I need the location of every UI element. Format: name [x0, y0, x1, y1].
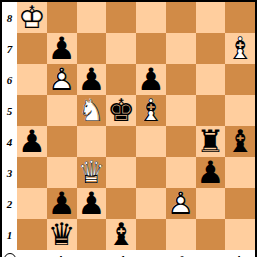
piece-black-king: ♚ [107, 95, 135, 126]
square-c2[interactable]: ♟ [77, 188, 107, 219]
piece-black-pawn: ♟ [48, 33, 76, 64]
piece-black-pawn: ♟ [77, 64, 105, 95]
piece-black-queen: ♛ [48, 219, 76, 250]
rank-label-5: 5 [2, 95, 17, 126]
rank-label-8: 8 [2, 2, 17, 33]
rank-label-3: 3 [2, 157, 17, 188]
square-h3[interactable] [225, 157, 255, 188]
square-d4[interactable] [106, 126, 136, 157]
file-label-h: h [225, 250, 255, 257]
side-to-move-indicator [4, 253, 16, 257]
square-g5[interactable] [196, 95, 226, 126]
piece-black-pawn: ♟ [18, 126, 46, 157]
square-g6[interactable] [196, 64, 226, 95]
file-label-f: f [166, 250, 196, 257]
square-f1[interactable] [166, 219, 196, 250]
square-b5[interactable] [47, 95, 77, 126]
file-label-e: e [136, 250, 166, 257]
square-a8[interactable]: ♚♔ [17, 2, 47, 33]
piece-black-pawn: ♟ [196, 157, 224, 188]
file-label-a: a [17, 250, 47, 257]
square-a6[interactable] [17, 64, 47, 95]
square-e8[interactable] [136, 2, 166, 33]
chess-board-diagram: 8♚♔7♟♝♗6♟♙♟♟5♞♘♚♝♗4♟♜♝3♛♕♟2♟♟♟♙1♛♝abcdef… [0, 0, 257, 257]
square-e2[interactable] [136, 188, 166, 219]
piece-white-pawn: ♟♙ [167, 188, 195, 219]
square-e3[interactable] [136, 157, 166, 188]
square-f6[interactable] [166, 64, 196, 95]
square-g8[interactable] [196, 2, 226, 33]
piece-white-bishop: ♝♗ [226, 33, 254, 64]
square-b2[interactable]: ♟ [47, 188, 77, 219]
piece-white-knight: ♞♘ [77, 95, 105, 126]
rank-label-2: 2 [2, 188, 17, 219]
square-e4[interactable] [136, 126, 166, 157]
square-e7[interactable] [136, 33, 166, 64]
square-g1[interactable] [196, 219, 226, 250]
piece-black-bishop: ♝ [226, 126, 254, 157]
piece-white-bishop: ♝♗ [137, 95, 165, 126]
square-c8[interactable] [77, 2, 107, 33]
square-a7[interactable] [17, 33, 47, 64]
square-d6[interactable] [106, 64, 136, 95]
rank-label-7: 7 [2, 33, 17, 64]
square-c7[interactable] [77, 33, 107, 64]
file-label-g: g [196, 250, 226, 257]
square-f8[interactable] [166, 2, 196, 33]
square-a2[interactable] [17, 188, 47, 219]
square-b7[interactable]: ♟ [47, 33, 77, 64]
square-d1[interactable]: ♝ [106, 219, 136, 250]
square-h4[interactable]: ♝ [225, 126, 255, 157]
square-f2[interactable]: ♟♙ [166, 188, 196, 219]
square-c5[interactable]: ♞♘ [77, 95, 107, 126]
piece-black-rook: ♜ [196, 126, 224, 157]
piece-black-bishop: ♝ [107, 219, 135, 250]
square-h7[interactable]: ♝♗ [225, 33, 255, 64]
square-a1[interactable] [17, 219, 47, 250]
square-g3[interactable]: ♟ [196, 157, 226, 188]
rank-label-1: 1 [2, 219, 17, 250]
square-f3[interactable] [166, 157, 196, 188]
square-f7[interactable] [166, 33, 196, 64]
square-b6[interactable]: ♟♙ [47, 64, 77, 95]
piece-black-pawn: ♟ [77, 188, 105, 219]
square-h5[interactable] [225, 95, 255, 126]
square-d3[interactable] [106, 157, 136, 188]
piece-black-pawn: ♟ [137, 64, 165, 95]
rank-label-4: 4 [2, 126, 17, 157]
square-a5[interactable] [17, 95, 47, 126]
square-e6[interactable]: ♟ [136, 64, 166, 95]
square-b1[interactable]: ♛ [47, 219, 77, 250]
square-d5[interactable]: ♚ [106, 95, 136, 126]
square-b3[interactable] [47, 157, 77, 188]
square-e1[interactable] [136, 219, 166, 250]
square-g2[interactable] [196, 188, 226, 219]
square-f5[interactable] [166, 95, 196, 126]
square-g7[interactable] [196, 33, 226, 64]
square-a3[interactable] [17, 157, 47, 188]
square-h2[interactable] [225, 188, 255, 219]
square-c1[interactable] [77, 219, 107, 250]
square-h6[interactable] [225, 64, 255, 95]
square-g4[interactable]: ♜ [196, 126, 226, 157]
rank-label-6: 6 [2, 64, 17, 95]
square-e5[interactable]: ♝♗ [136, 95, 166, 126]
square-c4[interactable] [77, 126, 107, 157]
piece-white-king: ♚♔ [18, 2, 46, 33]
square-h8[interactable] [225, 2, 255, 33]
square-c3[interactable]: ♛♕ [77, 157, 107, 188]
file-label-c: c [77, 250, 107, 257]
square-d7[interactable] [106, 33, 136, 64]
square-f4[interactable] [166, 126, 196, 157]
square-h1[interactable] [225, 219, 255, 250]
square-d2[interactable] [106, 188, 136, 219]
square-a4[interactable]: ♟ [17, 126, 47, 157]
square-b4[interactable] [47, 126, 77, 157]
piece-black-pawn: ♟ [48, 188, 76, 219]
square-d8[interactable] [106, 2, 136, 33]
square-c6[interactable]: ♟ [77, 64, 107, 95]
square-b8[interactable] [47, 2, 77, 33]
piece-white-queen: ♛♕ [77, 157, 105, 188]
piece-white-pawn: ♟♙ [48, 64, 76, 95]
